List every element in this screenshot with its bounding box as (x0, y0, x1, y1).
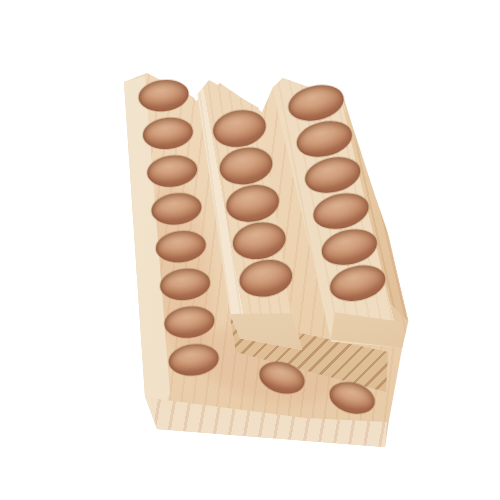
middle-rack-pit-3[interactable] (223, 181, 281, 226)
right-rack-pit-4[interactable] (310, 188, 372, 234)
left-rack-pit-3[interactable] (146, 153, 199, 189)
left-rack-pit-4[interactable] (150, 191, 203, 227)
right-rack-pit-2[interactable] (293, 116, 355, 162)
right-rack-pit-5[interactable] (318, 224, 380, 270)
middle-rack-pit-2[interactable] (217, 144, 275, 189)
middle-rack-pit-4[interactable] (230, 218, 288, 263)
middle-rack-pit-1[interactable] (210, 106, 268, 151)
product-photo-stage (0, 0, 500, 500)
left-rack-pit-6[interactable] (159, 266, 212, 302)
left-rack-pit-2[interactable] (141, 115, 194, 151)
left-rack-pit-5[interactable] (154, 228, 207, 264)
right-rack-pit-3[interactable] (302, 152, 364, 198)
left-rack-pit-8[interactable] (167, 342, 220, 378)
left-rack-pit-7[interactable] (163, 304, 216, 340)
left-rack-pit-1[interactable] (137, 77, 190, 113)
